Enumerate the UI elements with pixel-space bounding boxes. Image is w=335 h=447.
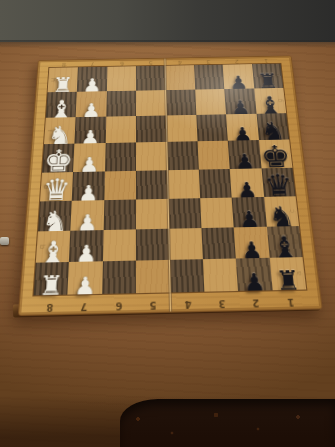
file-letter-label: a [12, 273, 45, 285]
square-b5 [169, 228, 203, 260]
rank-number-label: 5 [136, 295, 171, 311]
square-h2: ♟ [77, 67, 107, 92]
square-g3 [106, 91, 136, 117]
square-e6 [197, 141, 229, 169]
rank-number-label: 4 [170, 294, 205, 310]
file-letter-label: b [14, 241, 47, 252]
file-letter-label: h [28, 76, 57, 85]
square-a7: ♟ [236, 258, 272, 291]
square-d7: ♟ [230, 168, 264, 197]
rank-number-label: 2 [238, 292, 273, 308]
file-letter-label: b [291, 236, 324, 247]
square-d6 [199, 169, 232, 198]
rank-number-label-far: 2 [222, 57, 251, 65]
file-letter-label: e [22, 153, 53, 163]
square-h6 [194, 65, 225, 90]
table-edge-shadow [0, 395, 335, 447]
square-f3 [105, 116, 136, 143]
square-f6 [196, 115, 228, 142]
square-d4 [136, 170, 168, 199]
square-g6 [195, 89, 226, 115]
file-letter-label: f [24, 127, 54, 136]
square-e3 [105, 143, 136, 171]
square-a6 [203, 258, 239, 291]
file-letter-label: a [294, 267, 328, 278]
square-d3 [104, 170, 136, 199]
square-g5 [166, 90, 197, 116]
piece-white-pawn: ♟ [74, 276, 96, 298]
square-e5 [167, 142, 199, 170]
file-letter-label: c [17, 211, 49, 222]
square-g7: ♟ [225, 89, 257, 115]
square-d5 [167, 169, 200, 198]
file-letter-label: g [276, 96, 305, 105]
square-f7: ♟ [226, 114, 258, 141]
photo-scene: ♜♟♟♜♝♟♟♝♞♟♟♞♚♟♟♚♛♟♟♛♞♟♟♞♝♟♟♝♜♟♟♜ 8765432… [0, 0, 335, 447]
file-letter-label: h [273, 71, 302, 80]
square-c4 [136, 198, 169, 229]
square-c2: ♟ [71, 200, 104, 231]
square-g4 [136, 90, 166, 116]
square-f5 [166, 115, 197, 142]
square-e2: ♟ [73, 143, 105, 171]
piece-black-pawn: ♟ [243, 272, 266, 294]
rank-number-label-far: 1 [251, 57, 280, 65]
rank-number-label: 3 [204, 293, 239, 309]
square-e7: ♟ [228, 140, 261, 168]
file-letter-label: c [287, 205, 319, 216]
square-a4 [136, 260, 170, 293]
rank-number-label: 6 [101, 295, 136, 312]
square-c5 [168, 198, 201, 229]
square-b3 [103, 229, 136, 261]
square-a3 [102, 260, 136, 293]
square-h5 [165, 65, 195, 90]
rank-number-label: 7 [67, 296, 102, 313]
square-b2: ♟ [69, 230, 103, 262]
square-f4 [136, 116, 167, 143]
square-b4 [136, 228, 169, 260]
board-clasp-pin [0, 237, 9, 245]
rank-number-label-far: 7 [78, 60, 107, 68]
file-letter-label: e [281, 148, 312, 158]
square-h7: ♟ [223, 64, 254, 89]
square-c7: ♟ [232, 197, 267, 228]
square-c3 [103, 199, 136, 230]
rank-number-label-far: 6 [107, 59, 136, 67]
rank-number-label-far: 4 [165, 58, 194, 66]
chess-board: ♜♟♟♜♝♟♟♝♞♟♟♞♚♟♟♚♛♟♟♛♞♟♟♞♝♟♟♝♜♟♟♜ 8765432… [18, 56, 323, 316]
square-b6 [201, 227, 236, 259]
file-letter-label: d [19, 182, 50, 192]
square-f2: ♟ [75, 117, 106, 144]
rank-number-label-far: 8 [49, 60, 78, 68]
file-letter-label: g [26, 101, 55, 110]
square-h4 [136, 66, 165, 91]
rank-number-label: 8 [32, 297, 67, 314]
square-a2: ♟ [68, 261, 103, 294]
sofa-background [0, 0, 335, 42]
square-h3 [107, 66, 137, 91]
square-e4 [136, 142, 167, 170]
rank-number-label-far: 5 [136, 59, 165, 67]
square-g2: ♟ [76, 91, 107, 117]
board-frame: ♜♟♟♜♝♟♟♝♞♟♟♞♚♟♟♚♛♟♟♛♞♟♟♞♝♟♟♝♜♟♟♜ 8765432… [18, 56, 323, 316]
rank-number-label-far: 3 [194, 58, 223, 66]
file-letter-label: f [278, 122, 308, 131]
square-c6 [200, 197, 234, 228]
rank-number-label: 1 [272, 292, 308, 308]
square-d2: ♟ [72, 171, 105, 200]
square-b7: ♟ [234, 226, 269, 258]
square-a5 [169, 259, 204, 292]
file-letter-label: d [284, 176, 315, 186]
